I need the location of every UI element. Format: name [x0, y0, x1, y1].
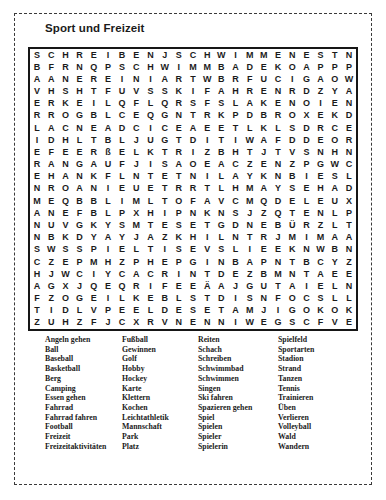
grid-cell-r6c14: K [214, 110, 228, 122]
grid-cell-r13c7: I [115, 195, 129, 207]
word-item: Tanzen [278, 374, 314, 384]
grid-cell-r7c5: E [87, 122, 101, 134]
grid-cell-r11c19: B [285, 171, 299, 183]
grid-cell-r20c18: T [271, 280, 285, 292]
grid-cell-r11c3: A [58, 171, 72, 183]
word-item: Spielerin [198, 442, 252, 452]
grid-cell-r21c14: D [214, 292, 228, 304]
grid-cell-r9c2: F [44, 146, 58, 158]
grid-cell-r16c7: Y [115, 232, 129, 244]
grid-cell-r4c12: I [186, 86, 200, 98]
grid-cell-r14c9: H [143, 207, 157, 219]
grid-cell-r8c19: D [285, 134, 299, 146]
grid-cell-r5c17: K [257, 98, 271, 110]
word-item: Reiten [198, 335, 252, 345]
grid-cell-r20c3: X [58, 280, 72, 292]
grid-cell-r19c21: A [313, 268, 327, 280]
grid-cell-r13c1: M [30, 195, 44, 207]
grid-cell-r21c4: G [73, 292, 87, 304]
grid-cell-r21c16: S [243, 292, 257, 304]
grid-cell-r23c8: X [129, 317, 143, 329]
grid-cell-r10c3: N [58, 159, 72, 171]
grid-cell-r3c16: F [243, 73, 257, 85]
grid-cell-r18c20: B [299, 256, 313, 268]
word-item: Freizeit [45, 432, 106, 442]
grid-cell-r20c1: A [30, 280, 44, 292]
grid-cell-r10c12: O [186, 159, 200, 171]
grid-cell-r20c14: A [214, 280, 228, 292]
grid-cell-r19c7: C [115, 268, 129, 280]
grid-cell-r2c11: I [172, 61, 186, 73]
grid-cell-r19c14: D [214, 268, 228, 280]
grid-cell-r2c22: P [328, 61, 342, 73]
grid-cell-r16c12: H [186, 232, 200, 244]
grid-cell-r4c15: H [228, 86, 242, 98]
grid-cell-r3c20: G [299, 73, 313, 85]
grid-cell-r2c3: R [58, 61, 72, 73]
word-item: Fußball [122, 335, 169, 345]
grid-cell-r11c7: L [115, 171, 129, 183]
grid-cell-r15c20: R [299, 219, 313, 231]
word-item: Angeln gehen [45, 335, 106, 345]
grid-cell-r4c3: S [58, 86, 72, 98]
grid-cell-r4c4: H [73, 86, 87, 98]
grid-cell-r18c8: P [129, 256, 143, 268]
grid-cell-r19c19: N [285, 268, 299, 280]
grid-cell-r14c10: I [158, 207, 172, 219]
grid-cell-r8c23: R [342, 134, 356, 146]
grid-cell-r14c23: P [342, 207, 356, 219]
grid-cell-r21c1: F [30, 292, 44, 304]
grid-cell-r16c19: M [285, 232, 299, 244]
grid-cell-r22c13: E [200, 305, 214, 317]
grid-cell-r4c20: D [299, 86, 313, 98]
grid-cell-r15c11: S [172, 219, 186, 231]
grid-cell-r14c16: J [243, 207, 257, 219]
grid-cell-r21c19: O [285, 292, 299, 304]
word-item: Freizeitaktivitäten [45, 442, 106, 452]
word-item: Sportarten [278, 345, 314, 355]
grid-cell-r21c20: C [299, 292, 313, 304]
grid-cell-r12c2: R [44, 183, 58, 195]
grid-cell-r1c9: N [143, 49, 157, 61]
grid-cell-r21c11: L [172, 292, 186, 304]
grid-cell-r6c21: E [313, 110, 327, 122]
word-item: Spazieren gehen [198, 403, 252, 413]
grid-cell-r22c21: K [313, 305, 327, 317]
grid-cell-r5c23: N [342, 98, 356, 110]
grid-cell-r3c23: W [342, 73, 356, 85]
grid-cell-r10c17: E [257, 159, 271, 171]
word-item: Mannschaft [122, 422, 169, 432]
grid-cell-r5c4: E [73, 98, 87, 110]
grid-cell-r6c23: D [342, 110, 356, 122]
grid-cell-r3c7: I [115, 73, 129, 85]
grid-cell-r5c9: L [143, 98, 157, 110]
grid-cell-r20c6: E [101, 280, 115, 292]
grid-cell-r23c11: N [172, 317, 186, 329]
grid-cell-r13c12: F [186, 195, 200, 207]
word-item: Schwimmen [198, 374, 252, 384]
grid-cell-r21c13: T [200, 292, 214, 304]
grid-cell-r3c15: R [228, 73, 242, 85]
grid-cell-r14c15: S [228, 207, 242, 219]
word-item: Hockey [122, 374, 169, 384]
grid-cell-r1c10: J [158, 49, 172, 61]
grid-cell-r1c15: I [228, 49, 242, 61]
grid-cell-r23c7: C [115, 317, 129, 329]
grid-cell-r1c20: E [299, 49, 313, 61]
grid-cell-r22c1: T [30, 305, 44, 317]
grid-cell-r13c9: L [143, 195, 157, 207]
grid-cell-r3c10: A [158, 73, 172, 85]
grid-cell-r10c9: I [143, 159, 157, 171]
grid-cell-r22c4: L [73, 305, 87, 317]
word-item: Schwimmbad [198, 364, 252, 374]
grid-cell-r4c19: R [285, 86, 299, 98]
grid-cell-r8c20: D [299, 134, 313, 146]
word-item: Kochen [122, 403, 169, 413]
grid-cell-r3c18: C [271, 73, 285, 85]
grid-cell-r9c8: L [129, 146, 143, 158]
word-item: Singen [198, 384, 252, 394]
grid-cell-r16c1: N [30, 232, 44, 244]
grid-cell-r6c22: K [328, 110, 342, 122]
grid-cell-r12c15: H [228, 183, 242, 195]
grid-cell-r12c8: U [129, 183, 143, 195]
grid-cell-r7c2: A [44, 122, 58, 134]
grid-cell-r2c12: M [186, 61, 200, 73]
grid-cell-r18c2: Z [44, 256, 58, 268]
grid-cell-r6c15: P [228, 110, 242, 122]
grid-cell-r22c6: P [101, 305, 115, 317]
grid-cell-r23c17: E [257, 317, 271, 329]
word-item: Schreiben [198, 354, 252, 364]
grid-cell-r11c5: K [87, 171, 101, 183]
grid-cell-r15c23: T [342, 219, 356, 231]
grid-cell-r2c8: C [129, 61, 143, 73]
grid-cell-r5c2: R [44, 98, 58, 110]
grid-cell-r20c17: U [257, 280, 271, 292]
grid-cell-r1c19: N [285, 49, 299, 61]
grid-cell-r9c20: S [299, 146, 313, 158]
grid-cell-r11c22: S [328, 171, 342, 183]
word-item: Golf [122, 354, 169, 364]
page-title: Sport und Freizeit [45, 22, 145, 34]
grid-cell-r9c15: H [228, 146, 242, 158]
grid-cell-r11c14: L [214, 171, 228, 183]
grid-cell-r11c8: N [129, 171, 143, 183]
grid-cell-r19c17: B [257, 268, 271, 280]
grid-cell-r20c10: F [158, 280, 172, 292]
grid-cell-r9c17: J [257, 146, 271, 158]
grid-cell-r8c9: U [143, 134, 157, 146]
grid-cell-r5c18: E [271, 98, 285, 110]
grid-cell-r6c7: C [115, 110, 129, 122]
grid-cell-r23c3: H [58, 317, 72, 329]
grid-cell-r23c15: I [228, 317, 242, 329]
grid-cell-r17c1: S [30, 244, 44, 256]
grid-cell-r15c13: T [200, 219, 214, 231]
grid-cell-r5c19: N [285, 98, 299, 110]
grid-cell-r4c14: A [214, 86, 228, 98]
grid-cell-r14c1: A [30, 207, 44, 219]
grid-cell-r21c23: L [342, 292, 356, 304]
grid-cell-r6c20: X [299, 110, 313, 122]
grid-cell-r11c23: L [342, 171, 356, 183]
grid-cell-r20c9: I [143, 280, 157, 292]
grid-cell-r12c16: M [243, 183, 257, 195]
word-item: Üben [278, 403, 314, 413]
grid-cell-r5c22: E [328, 98, 342, 110]
grid-cell-r19c3: W [58, 268, 72, 280]
grid-cell-r14c13: K [200, 207, 214, 219]
grid-cell-r22c3: D [58, 305, 72, 317]
grid-cell-r13c14: V [214, 195, 228, 207]
grid-cell-r10c15: C [228, 159, 242, 171]
grid-cell-r22c17: J [257, 305, 271, 317]
grid-cell-r19c18: M [271, 268, 285, 280]
grid-cell-r3c6: E [101, 73, 115, 85]
grid-cell-r19c16: Z [243, 268, 257, 280]
word-item: Hobby [122, 364, 169, 374]
grid-cell-r18c15: B [228, 256, 242, 268]
grid-cell-r6c13: R [200, 110, 214, 122]
word-list-column-4: SpielfeldSportartenStadionStrandTanzenTe… [278, 335, 314, 451]
grid-cell-r17c18: E [271, 244, 285, 256]
grid-cell-r10c13: E [200, 159, 214, 171]
grid-cell-r13c13: A [200, 195, 214, 207]
grid-cell-r11c17: K [257, 171, 271, 183]
grid-cell-r22c23: K [342, 305, 356, 317]
grid-cell-r4c21: Z [313, 86, 327, 98]
grid-cell-r6c16: D [243, 110, 257, 122]
grid-cell-r19c13: T [200, 268, 214, 280]
grid-cell-r22c14: T [214, 305, 228, 317]
grid-cell-r15c8: M [129, 219, 143, 231]
grid-cell-r23c20: C [299, 317, 313, 329]
grid-cell-r15c14: G [214, 219, 228, 231]
grid-cell-r18c11: P [172, 256, 186, 268]
grid-cell-r1c7: B [115, 49, 129, 61]
grid-cell-r20c16: G [243, 280, 257, 292]
grid-cell-r6c11: N [172, 110, 186, 122]
grid-cell-r21c5: E [87, 292, 101, 304]
grid-cell-r18c13: I [200, 256, 214, 268]
grid-cell-r7c4: N [73, 122, 87, 134]
grid-cell-r12c21: H [313, 183, 327, 195]
grid-cell-r22c22: O [328, 305, 342, 317]
grid-cell-r18c19: T [285, 256, 299, 268]
grid-cell-r10c23: C [342, 159, 356, 171]
grid-cell-r7c14: E [214, 122, 228, 134]
grid-cell-r19c5: I [87, 268, 101, 280]
grid-cell-r18c9: H [143, 256, 157, 268]
grid-cell-r8c2: D [44, 134, 58, 146]
grid-cell-r10c14: A [214, 159, 228, 171]
grid-cell-r20c22: L [328, 280, 342, 292]
grid-cell-r13c19: E [285, 195, 299, 207]
grid-cell-r12c5: N [87, 183, 101, 195]
grid-cell-r13c15: C [228, 195, 242, 207]
grid-cell-r21c6: I [101, 292, 115, 304]
grid-cell-r12c6: I [101, 183, 115, 195]
grid-cell-r5c5: I [87, 98, 101, 110]
grid-cell-r15c4: G [73, 219, 87, 231]
grid-cell-r8c6: B [101, 134, 115, 146]
grid-cell-r15c15: D [228, 219, 242, 231]
grid-cell-r21c8: K [129, 292, 143, 304]
grid-cell-r13c18: D [271, 195, 285, 207]
grid-cell-r18c23: Z [342, 256, 356, 268]
grid-cell-r2c7: S [115, 61, 129, 73]
grid-cell-r19c4: C [73, 268, 87, 280]
grid-cell-r21c2: Z [44, 292, 58, 304]
grid-cell-r10c4: G [73, 159, 87, 171]
grid-cell-r6c8: E [129, 110, 143, 122]
grid-cell-r8c11: T [172, 134, 186, 146]
grid-cell-r17c17: E [257, 244, 271, 256]
grid-cell-r18c18: N [271, 256, 285, 268]
grid-cell-r23c2: U [44, 317, 58, 329]
grid-cell-r15c3: V [58, 219, 72, 231]
grid-cell-r3c13: W [200, 73, 214, 85]
grid-cell-r9c1: E [30, 146, 44, 158]
grid-cell-r2c14: B [214, 61, 228, 73]
grid-cell-r2c18: K [271, 61, 285, 73]
grid-cell-r8c13: I [200, 134, 214, 146]
grid-cell-r2c20: A [299, 61, 313, 73]
grid-cell-r6c10: G [158, 110, 172, 122]
grid-cell-r8c12: D [186, 134, 200, 146]
grid-cell-r9c19: V [285, 146, 299, 158]
grid-cell-r7c3: C [58, 122, 72, 134]
grid-cell-r19c15: E [228, 268, 242, 280]
grid-cell-r23c16: W [243, 317, 257, 329]
grid-cell-r11c13: I [200, 171, 214, 183]
word-item: Fahrrad fahren [45, 413, 106, 423]
grid-cell-r3c21: A [313, 73, 327, 85]
word-item: Spielfeld [278, 335, 314, 345]
grid-cell-r11c11: T [172, 171, 186, 183]
grid-cell-r14c3: E [58, 207, 72, 219]
grid-cell-r15c6: Y [101, 219, 115, 231]
grid-cell-r15c5: K [87, 219, 101, 231]
grid-cell-r5c8: F [129, 98, 143, 110]
grid-cell-r8c21: E [313, 134, 327, 146]
grid-cell-r4c13: F [200, 86, 214, 98]
grid-cell-r21c3: O [58, 292, 72, 304]
word-item: Karte [122, 384, 169, 394]
grid-cell-r15c17: E [257, 219, 271, 231]
grid-cell-r21c10: B [158, 292, 172, 304]
grid-cell-r6c3: O [58, 110, 72, 122]
grid-cell-r16c10: Z [158, 232, 172, 244]
grid-cell-r18c10: E [158, 256, 172, 268]
grid-cell-r16c22: A [328, 232, 342, 244]
grid-cell-r10c7: F [115, 159, 129, 171]
grid-cell-r19c2: J [44, 268, 58, 280]
grid-cell-r3c9: I [143, 73, 157, 85]
grid-cell-r16c17: R [257, 232, 271, 244]
grid-cell-r13c10: T [158, 195, 172, 207]
grid-cell-r1c3: H [58, 49, 72, 61]
grid-cell-r11c20: I [299, 171, 313, 183]
grid-cell-r9c23: N [342, 146, 356, 158]
grid-cell-r20c7: Q [115, 280, 129, 292]
grid-cell-r18c5: M [87, 256, 101, 268]
word-item: Stadion [278, 354, 314, 364]
grid-cell-r19c9: C [143, 268, 157, 280]
grid-cell-r11c16: Y [243, 171, 257, 183]
grid-cell-r3c19: I [285, 73, 299, 85]
grid-cell-r9c4: E [73, 146, 87, 158]
grid-cell-r12c12: R [186, 183, 200, 195]
grid-cell-r17c10: I [158, 244, 172, 256]
grid-cell-r23c21: F [313, 317, 327, 329]
grid-cell-r17c5: P [87, 244, 101, 256]
grid-cell-r14c20: E [299, 207, 313, 219]
grid-cell-r11c9: T [143, 171, 157, 183]
grid-cell-r7c8: C [129, 122, 143, 134]
word-item: Ball [45, 345, 106, 355]
grid-cell-r10c16: Z [243, 159, 257, 171]
grid-cell-r16c5: Y [87, 232, 101, 244]
grid-cell-r19c23: E [342, 268, 356, 280]
grid-cell-r14c11: P [172, 207, 186, 219]
grid-cell-r7c18: L [271, 122, 285, 134]
grid-cell-r5c3: K [58, 98, 72, 110]
grid-cell-r23c22: V [328, 317, 342, 329]
grid-cell-r5c16: A [243, 98, 257, 110]
grid-cell-r18c14: N [214, 256, 228, 268]
grid-cell-r16c6: A [101, 232, 115, 244]
grid-cell-r19c20: T [299, 268, 313, 280]
word-item: Ski fahren [198, 393, 252, 403]
grid-cell-r12c7: E [115, 183, 129, 195]
grid-cell-r2c5: Q [87, 61, 101, 73]
grid-cell-r13c11: O [172, 195, 186, 207]
grid-cell-r13c4: B [73, 195, 87, 207]
grid-cell-r1c17: M [257, 49, 271, 61]
grid-cell-r2c19: O [285, 61, 299, 73]
grid-cell-r19c6: Y [101, 268, 115, 280]
grid-cell-r15c7: S [115, 219, 129, 231]
grid-cell-r8c16: W [243, 134, 257, 146]
grid-cell-r5c11: R [172, 98, 186, 110]
grid-cell-r19c22: E [328, 268, 342, 280]
grid-cell-r15c1: N [30, 219, 44, 231]
grid-cell-r17c15: L [228, 244, 242, 256]
grid-cell-r16c16: T [243, 232, 257, 244]
grid-cell-r10c10: S [158, 159, 172, 171]
grid-cell-r13c5: B [87, 195, 101, 207]
grid-cell-r5c20: O [299, 98, 313, 110]
grid-cell-r23c14: N [214, 317, 228, 329]
grid-cell-r18c3: E [58, 256, 72, 268]
grid-cell-r20c11: E [172, 280, 186, 292]
grid-cell-r12c10: T [158, 183, 172, 195]
grid-cell-r11c1: E [30, 171, 44, 183]
grid-cell-r16c11: K [172, 232, 186, 244]
grid-cell-r11c12: N [186, 171, 200, 183]
grid-cell-r1c16: M [243, 49, 257, 61]
grid-cell-r17c13: V [200, 244, 214, 256]
word-item: Football [45, 422, 106, 432]
grid-cell-r23c19: S [285, 317, 299, 329]
grid-cell-r14c14: N [214, 207, 228, 219]
grid-cell-r16c14: L [214, 232, 228, 244]
